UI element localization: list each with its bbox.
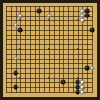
star-point (77, 19, 79, 21)
go-board[interactable] (3, 3, 97, 97)
grid-line-horizontal (6, 68, 93, 69)
stone-white (80, 90, 85, 95)
stone-black (37, 8, 42, 13)
stone-black (61, 80, 66, 85)
go-app-window (0, 0, 100, 100)
stone-black (90, 27, 95, 32)
star-point (19, 77, 21, 79)
stone-white (13, 23, 18, 28)
grid-line-vertical (68, 6, 69, 93)
grid-line-horizontal (6, 59, 93, 60)
stone-black (13, 70, 18, 75)
grid-line-vertical (54, 6, 55, 93)
star-point (77, 48, 79, 50)
stone-black (13, 85, 18, 90)
grid-line-vertical (59, 6, 60, 93)
grid-line-horizontal (6, 73, 93, 74)
grid-line-horizontal (6, 63, 93, 64)
star-point (19, 48, 21, 50)
grid-line-horizontal (6, 54, 93, 55)
grid-line-vertical (87, 6, 88, 93)
grid-line-vertical (73, 6, 74, 93)
stone-white (90, 66, 95, 71)
star-point (48, 48, 50, 50)
stone-black (85, 13, 90, 18)
stone-black (18, 27, 23, 32)
star-point (19, 19, 21, 21)
stone-white (47, 13, 52, 18)
star-point (48, 77, 50, 79)
grid-line-vertical (92, 6, 93, 93)
star-point (77, 77, 79, 79)
star-point (48, 19, 50, 21)
stone-white (18, 13, 23, 18)
stone-white (13, 56, 18, 61)
stone-white (80, 18, 85, 23)
